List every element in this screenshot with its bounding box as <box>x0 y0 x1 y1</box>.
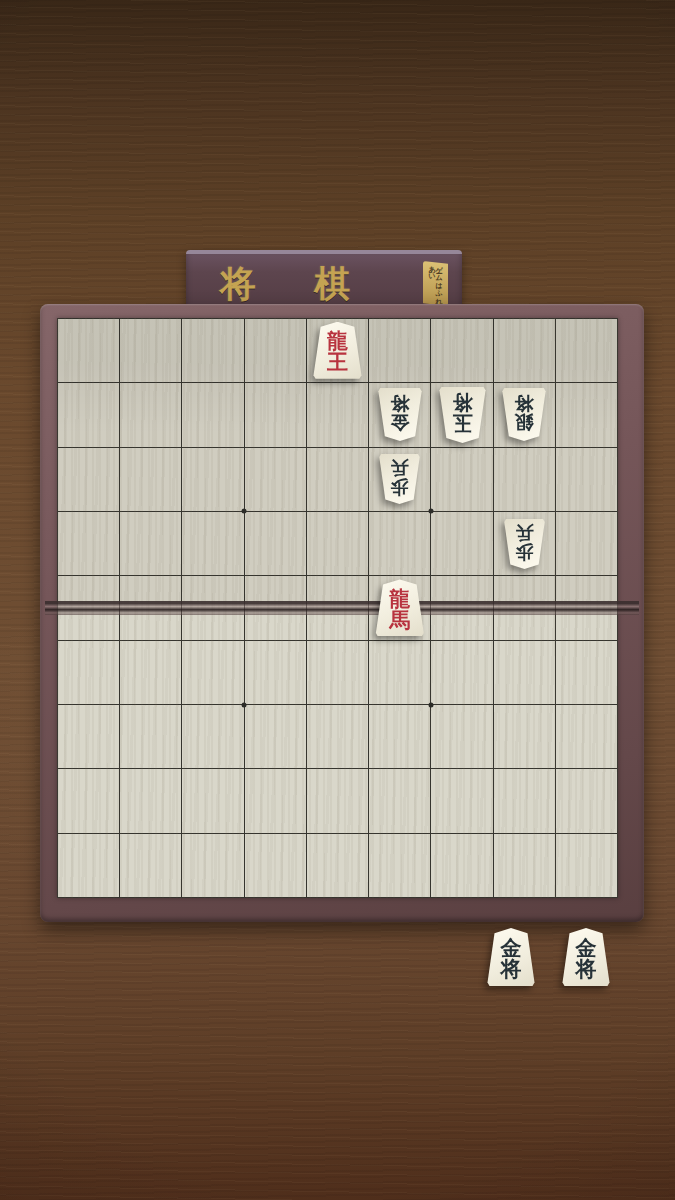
board-square[interactable] <box>120 383 181 446</box>
board-square[interactable] <box>494 769 555 832</box>
board-square[interactable] <box>307 641 368 704</box>
board-square[interactable] <box>245 834 306 897</box>
shogi-piece-silver[interactable]: 銀将 <box>501 388 547 441</box>
board-square[interactable] <box>307 383 368 446</box>
board-square[interactable] <box>431 319 492 382</box>
board-square[interactable] <box>369 512 430 575</box>
shogi-piece-king[interactable]: 玉将 <box>438 387 487 443</box>
board-square[interactable] <box>556 769 617 832</box>
board-square[interactable] <box>58 319 119 382</box>
board-square[interactable] <box>182 834 243 897</box>
board-square[interactable] <box>182 512 243 575</box>
board-square[interactable] <box>369 705 430 768</box>
board-square[interactable] <box>120 641 181 704</box>
shogi-piece-pawn[interactable]: 歩兵 <box>378 454 421 504</box>
board-square[interactable] <box>556 705 617 768</box>
lid-slogan-text: ゲームはふれあい <box>429 261 443 306</box>
board-square[interactable] <box>369 641 430 704</box>
board-square[interactable] <box>182 705 243 768</box>
board-square[interactable] <box>58 448 119 511</box>
board-square[interactable] <box>120 705 181 768</box>
board-square[interactable] <box>58 769 119 832</box>
board-square[interactable] <box>369 834 430 897</box>
board-square[interactable] <box>307 834 368 897</box>
lid-title-char: 将 <box>220 266 256 302</box>
board-square[interactable] <box>431 641 492 704</box>
star-point <box>241 702 246 707</box>
board-square[interactable] <box>369 769 430 832</box>
board-square[interactable] <box>245 705 306 768</box>
board-square[interactable] <box>58 512 119 575</box>
board-square[interactable] <box>245 448 306 511</box>
board-square[interactable] <box>182 319 243 382</box>
board-square[interactable] <box>556 512 617 575</box>
board-square[interactable] <box>58 641 119 704</box>
board-square[interactable] <box>307 705 368 768</box>
board-square[interactable] <box>245 383 306 446</box>
shogi-piece-gold-in-hand[interactable]: 金将 <box>486 928 536 986</box>
board-square[interactable] <box>245 641 306 704</box>
board-square[interactable] <box>245 769 306 832</box>
board-square[interactable] <box>58 383 119 446</box>
board-square[interactable] <box>494 448 555 511</box>
board-square[interactable] <box>120 834 181 897</box>
board-square[interactable] <box>58 705 119 768</box>
board-square[interactable] <box>58 834 119 897</box>
board-square[interactable] <box>556 641 617 704</box>
shogi-piece-dragon-king[interactable]: 龍王 <box>312 322 363 379</box>
board-square[interactable] <box>494 705 555 768</box>
board-square[interactable] <box>494 319 555 382</box>
board-square[interactable] <box>120 319 181 382</box>
lid-slogan-plate: ゲームはふれあい <box>423 261 448 306</box>
board-square[interactable] <box>556 319 617 382</box>
board-square[interactable] <box>369 319 430 382</box>
board-square[interactable] <box>182 383 243 446</box>
board-square[interactable] <box>431 705 492 768</box>
shogi-piece-gold-in-hand[interactable]: 金将 <box>561 928 611 986</box>
board-square[interactable] <box>120 448 181 511</box>
board-square[interactable] <box>120 512 181 575</box>
board-square[interactable] <box>494 641 555 704</box>
lid-title-char: 棋 <box>314 266 350 302</box>
board-square[interactable] <box>431 769 492 832</box>
shogi-piece-dragon-horse[interactable]: 龍馬 <box>374 579 425 636</box>
shogi-board-frame <box>40 304 644 922</box>
board-square[interactable] <box>556 834 617 897</box>
star-point <box>429 509 434 514</box>
shogi-piece-pawn[interactable]: 歩兵 <box>503 519 546 569</box>
board-square[interactable] <box>556 448 617 511</box>
board-square[interactable] <box>556 383 617 446</box>
shogi-piece-gold[interactable]: 金将 <box>377 388 423 441</box>
board-square[interactable] <box>182 769 243 832</box>
board-square[interactable] <box>431 448 492 511</box>
board-fold-seam <box>45 601 639 615</box>
board-square[interactable] <box>307 512 368 575</box>
board-square[interactable] <box>431 834 492 897</box>
board-square[interactable] <box>245 512 306 575</box>
board-square[interactable] <box>431 512 492 575</box>
board-square[interactable] <box>182 641 243 704</box>
board-square[interactable] <box>307 448 368 511</box>
board-square[interactable] <box>245 319 306 382</box>
board-square[interactable] <box>182 448 243 511</box>
board-square[interactable] <box>120 769 181 832</box>
board-square[interactable] <box>494 834 555 897</box>
board-square[interactable] <box>307 769 368 832</box>
star-point <box>241 509 246 514</box>
star-point <box>429 702 434 707</box>
